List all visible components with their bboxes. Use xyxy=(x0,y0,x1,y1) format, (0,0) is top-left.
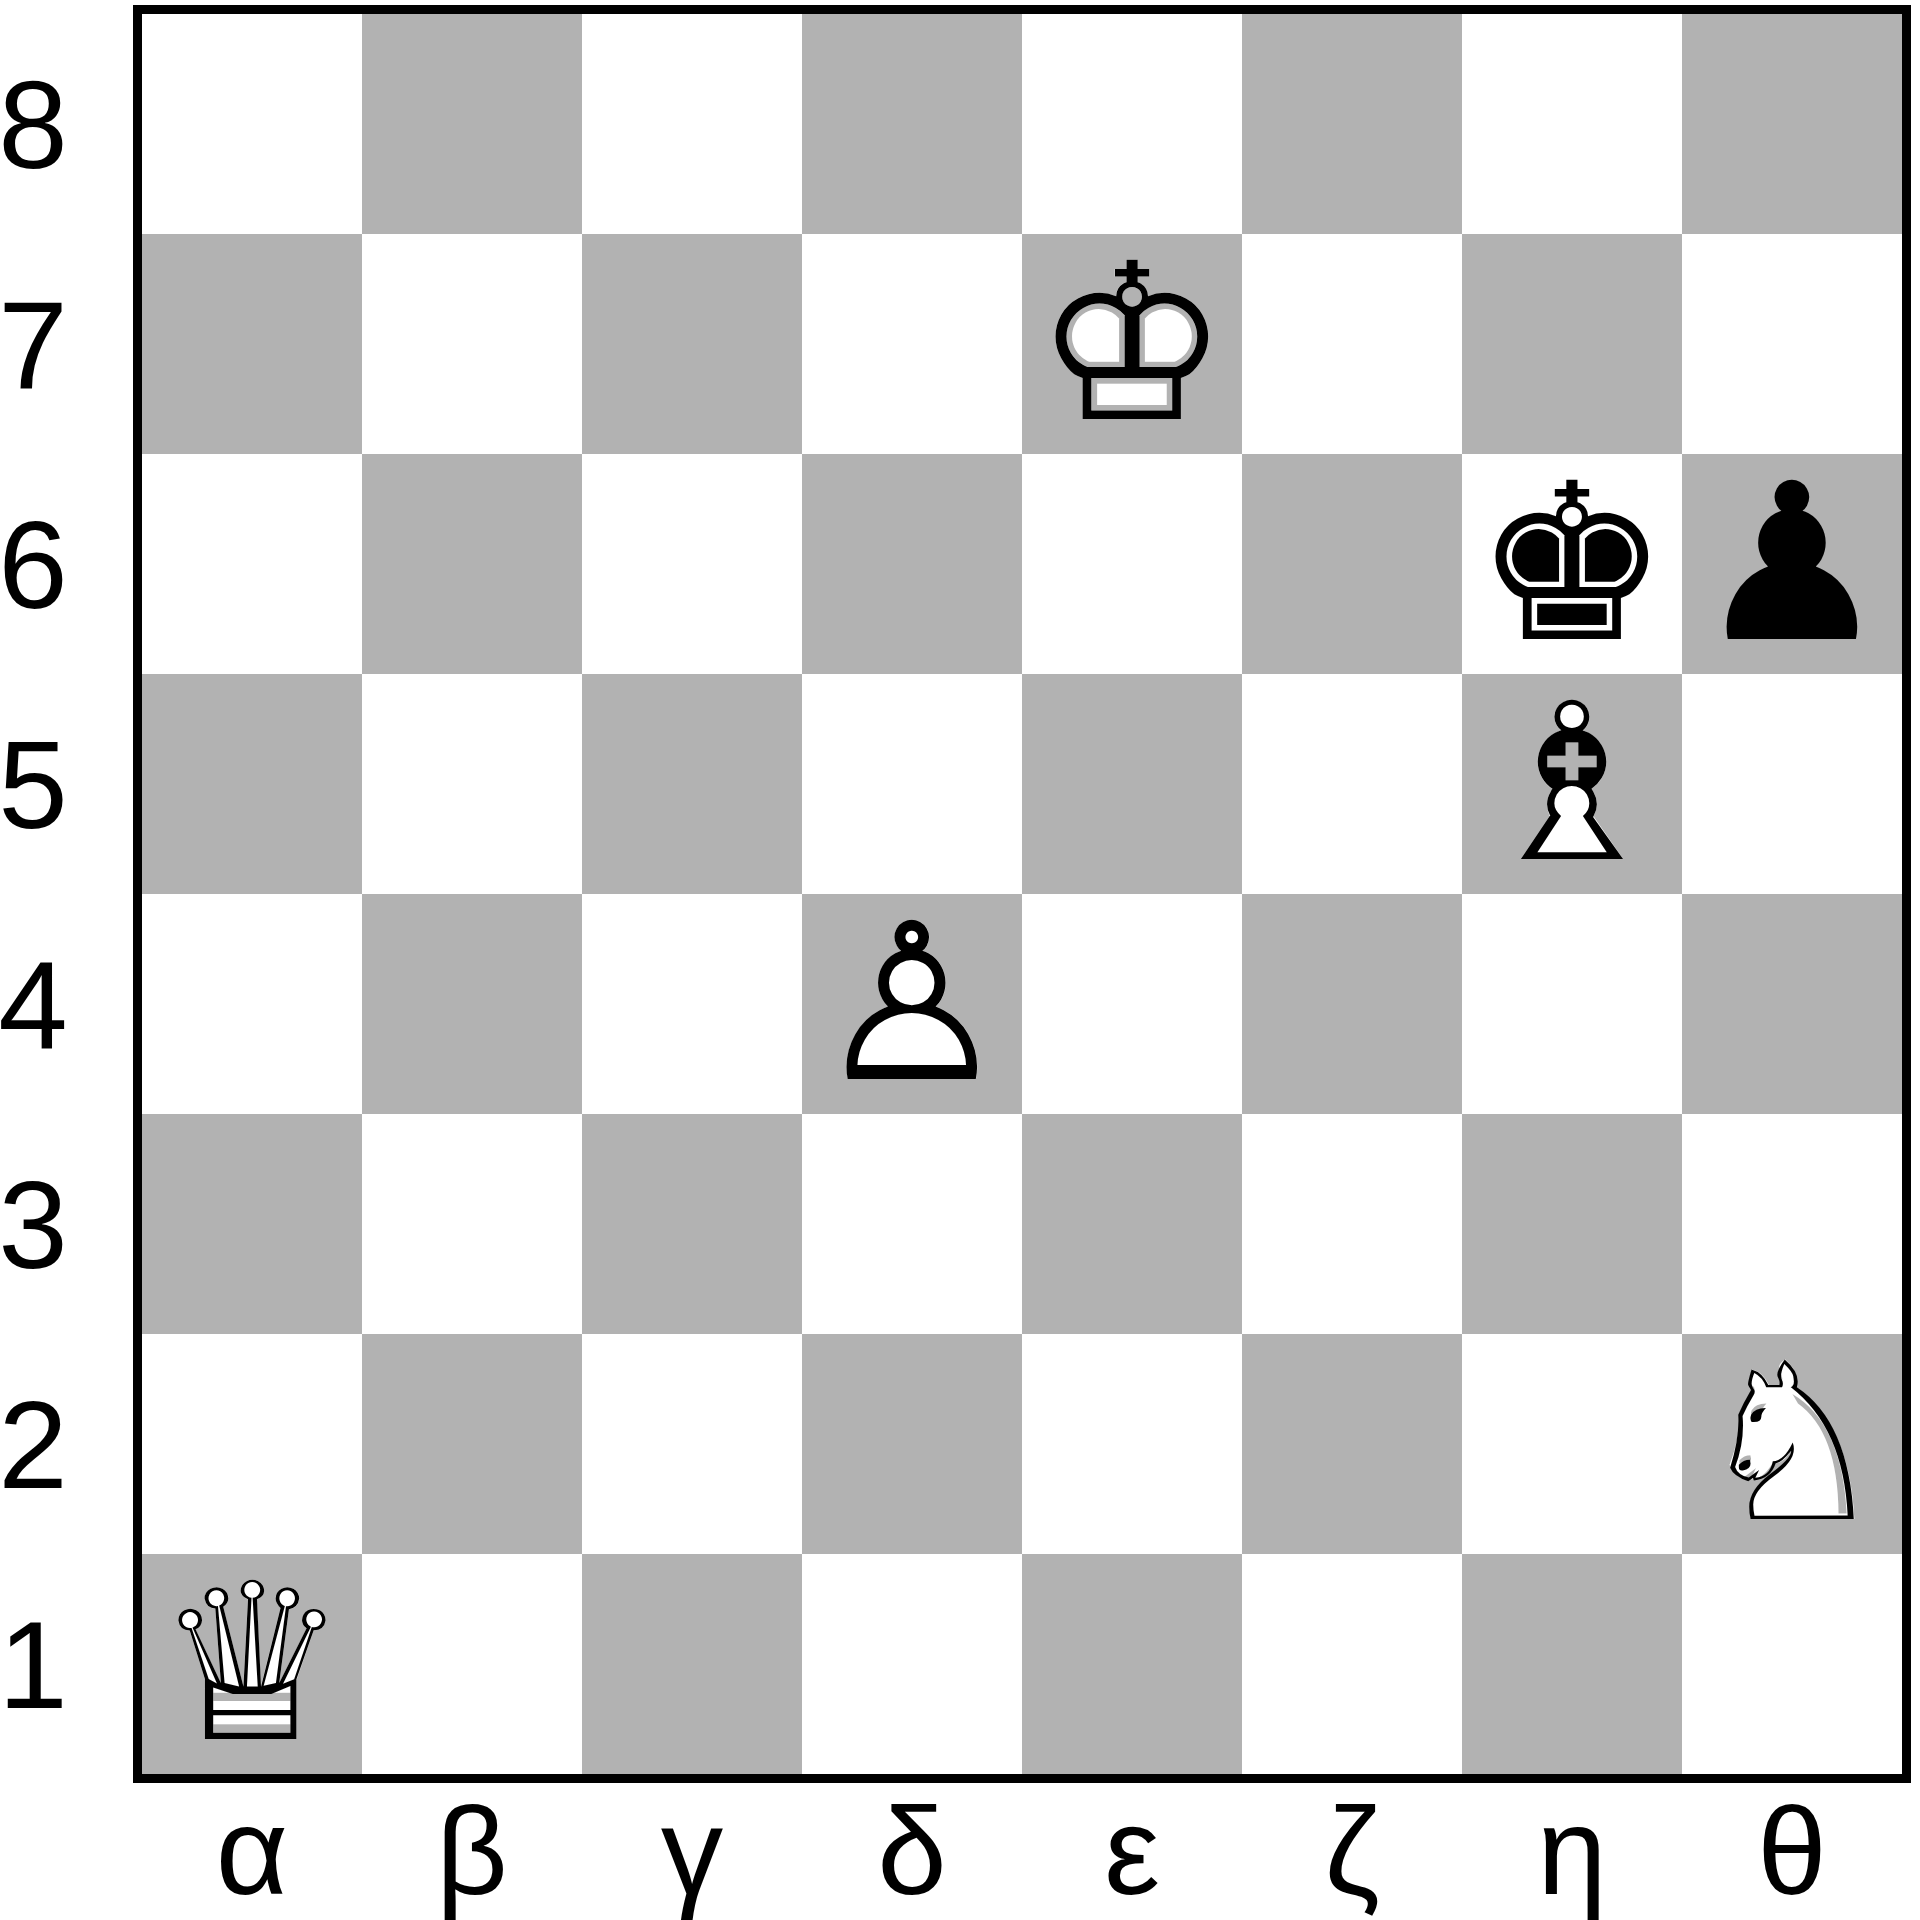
square-a6[interactable] xyxy=(142,454,362,674)
square-c6[interactable] xyxy=(582,454,802,674)
chess-board: ♚♔♚♟♝♗♟♙♞♘♛♕ xyxy=(133,5,1911,1783)
square-h3[interactable] xyxy=(1682,1114,1902,1334)
square-h5[interactable] xyxy=(1682,674,1902,894)
square-c4[interactable] xyxy=(582,894,802,1114)
white-king-icon: ♔ xyxy=(1034,235,1229,453)
square-b8[interactable] xyxy=(362,14,582,234)
file-label-a: α xyxy=(142,1786,362,1914)
square-d8[interactable] xyxy=(802,14,1022,234)
square-a4[interactable] xyxy=(142,894,362,1114)
black-pawn: ♟ xyxy=(1682,454,1902,674)
rank-label-2: 2 xyxy=(0,1334,66,1554)
square-c3[interactable] xyxy=(582,1114,802,1334)
rank-labels: 87654321 xyxy=(0,14,66,1774)
black-king-icon: ♚ xyxy=(1474,455,1669,673)
square-b7[interactable] xyxy=(362,234,582,454)
white-king: ♚♔ xyxy=(1022,234,1242,454)
square-b6[interactable] xyxy=(362,454,582,674)
square-f1[interactable] xyxy=(1242,1554,1462,1774)
square-c8[interactable] xyxy=(582,14,802,234)
square-a8[interactable] xyxy=(142,14,362,234)
white-bishop: ♝♗ xyxy=(1462,674,1682,894)
square-e2[interactable] xyxy=(1022,1334,1242,1554)
square-c5[interactable] xyxy=(582,674,802,894)
file-label-c: γ xyxy=(582,1786,802,1914)
square-b3[interactable] xyxy=(362,1114,582,1334)
square-d7[interactable] xyxy=(802,234,1022,454)
white-knight-icon: ♘ xyxy=(1694,1335,1889,1553)
square-e4[interactable] xyxy=(1022,894,1242,1114)
file-label-f: ζ xyxy=(1242,1786,1462,1914)
square-a1[interactable]: ♛♕ xyxy=(142,1554,362,1774)
square-h2[interactable]: ♞♘ xyxy=(1682,1334,1902,1554)
square-e3[interactable] xyxy=(1022,1114,1242,1334)
square-b4[interactable] xyxy=(362,894,582,1114)
square-g8[interactable] xyxy=(1462,14,1682,234)
chess-diagram-page: 87654321 ♚♔♚♟♝♗♟♙♞♘♛♕ αβγδεζηθ xyxy=(0,0,1920,1920)
square-g1[interactable] xyxy=(1462,1554,1682,1774)
square-f5[interactable] xyxy=(1242,674,1462,894)
square-f6[interactable] xyxy=(1242,454,1462,674)
square-b5[interactable] xyxy=(362,674,582,894)
file-label-h: θ xyxy=(1682,1786,1902,1914)
square-b2[interactable] xyxy=(362,1334,582,1554)
square-g4[interactable] xyxy=(1462,894,1682,1114)
rank-label-3: 3 xyxy=(0,1114,66,1334)
square-e6[interactable] xyxy=(1022,454,1242,674)
square-g3[interactable] xyxy=(1462,1114,1682,1334)
square-a5[interactable] xyxy=(142,674,362,894)
square-g2[interactable] xyxy=(1462,1334,1682,1554)
white-queen: ♛♕ xyxy=(142,1554,362,1774)
square-h1[interactable] xyxy=(1682,1554,1902,1774)
file-label-e: ε xyxy=(1022,1786,1242,1914)
white-knight: ♞♘ xyxy=(1682,1334,1902,1554)
square-b1[interactable] xyxy=(362,1554,582,1774)
file-labels: αβγδεζηθ xyxy=(142,1786,1902,1914)
square-c2[interactable] xyxy=(582,1334,802,1554)
square-d6[interactable] xyxy=(802,454,1022,674)
rank-label-1: 1 xyxy=(0,1554,66,1774)
rank-label-6: 6 xyxy=(0,454,66,674)
square-e1[interactable] xyxy=(1022,1554,1242,1774)
square-h4[interactable] xyxy=(1682,894,1902,1114)
white-pawn-icon: ♙ xyxy=(814,895,1009,1113)
square-f4[interactable] xyxy=(1242,894,1462,1114)
square-d4[interactable]: ♟♙ xyxy=(802,894,1022,1114)
black-pawn-icon: ♟ xyxy=(1694,455,1889,673)
square-e8[interactable] xyxy=(1022,14,1242,234)
white-pawn: ♟♙ xyxy=(802,894,1022,1114)
black-king: ♚ xyxy=(1462,454,1682,674)
square-c1[interactable] xyxy=(582,1554,802,1774)
square-d5[interactable] xyxy=(802,674,1022,894)
square-e7[interactable]: ♚♔ xyxy=(1022,234,1242,454)
square-a2[interactable] xyxy=(142,1334,362,1554)
rank-label-7: 7 xyxy=(0,234,66,454)
square-e5[interactable] xyxy=(1022,674,1242,894)
square-f3[interactable] xyxy=(1242,1114,1462,1334)
square-g6[interactable]: ♚ xyxy=(1462,454,1682,674)
square-f2[interactable] xyxy=(1242,1334,1462,1554)
square-g5[interactable]: ♝♗ xyxy=(1462,674,1682,894)
square-h8[interactable] xyxy=(1682,14,1902,234)
rank-label-4: 4 xyxy=(0,894,66,1114)
square-g7[interactable] xyxy=(1462,234,1682,454)
square-h7[interactable] xyxy=(1682,234,1902,454)
square-d2[interactable] xyxy=(802,1334,1022,1554)
square-f8[interactable] xyxy=(1242,14,1462,234)
white-bishop-icon: ♗ xyxy=(1474,675,1669,893)
file-label-d: δ xyxy=(802,1786,1022,1914)
square-d1[interactable] xyxy=(802,1554,1022,1774)
square-h6[interactable]: ♟ xyxy=(1682,454,1902,674)
rank-label-5: 5 xyxy=(0,674,66,894)
file-label-b: β xyxy=(362,1786,582,1914)
rank-label-8: 8 xyxy=(0,14,66,234)
file-label-g: η xyxy=(1462,1786,1682,1914)
square-d3[interactable] xyxy=(802,1114,1022,1334)
square-a3[interactable] xyxy=(142,1114,362,1334)
square-f7[interactable] xyxy=(1242,234,1462,454)
square-c7[interactable] xyxy=(582,234,802,454)
white-queen-icon: ♕ xyxy=(154,1555,349,1773)
square-a7[interactable] xyxy=(142,234,362,454)
